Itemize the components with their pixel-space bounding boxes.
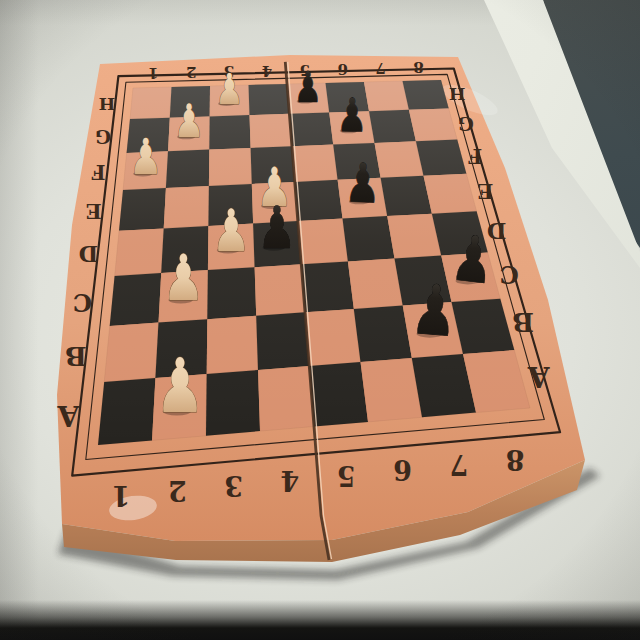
photo-vignette xyxy=(0,0,640,640)
photo-scene: 1234567812345678HGFEDCBAHGFEDCBA♟♟♟♟♟♟♟♟… xyxy=(0,0,640,640)
